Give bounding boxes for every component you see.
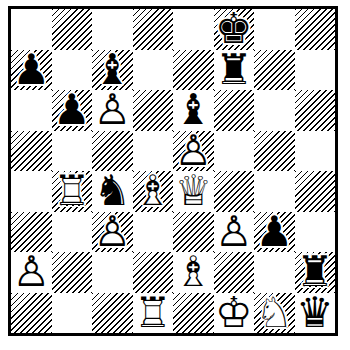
piece-backing: ♟ [11,252,52,293]
square-g6[interactable] [254,90,295,131]
square-d6[interactable] [133,90,174,131]
square-e5[interactable]: ♟♙ [173,131,214,172]
square-b7[interactable] [52,50,93,91]
white-pawn-icon: ♙ [92,212,133,253]
square-b5[interactable] [52,131,93,172]
square-a1[interactable] [11,293,52,334]
square-d5[interactable] [133,131,174,172]
square-d8[interactable] [133,9,174,50]
square-c8[interactable] [92,9,133,50]
square-a3[interactable] [11,212,52,253]
chess-board-frame: ♚♚♟♟♝♝♜♜♟♟♟♙♝♝♟♙♜♖♞♞♝♗♛♕♟♙♟♙♟♟♟♙♝♗♜♜♜♖♚♔… [8,6,338,336]
square-h2[interactable]: ♜♜ [295,252,336,293]
white-knight-icon: ♘ [254,293,295,334]
square-e4[interactable]: ♛♕ [173,171,214,212]
square-d4[interactable]: ♝♗ [133,171,174,212]
white-king-icon: ♔ [214,293,255,334]
piece-backing: ♟ [254,212,295,253]
piece-backing: ♚ [214,9,255,50]
piece-backing: ♜ [295,252,336,293]
square-d2[interactable] [133,252,174,293]
black-pawn-icon: ♟ [254,212,295,253]
square-b3[interactable] [52,212,93,253]
square-d7[interactable] [133,50,174,91]
square-f7[interactable]: ♜♜ [214,50,255,91]
square-e8[interactable] [173,9,214,50]
square-f6[interactable] [214,90,255,131]
piece-backing: ♝ [133,171,174,212]
piece-backing: ♛ [295,293,336,334]
black-bishop-icon: ♝ [92,50,133,91]
white-pawn-icon: ♙ [173,131,214,172]
white-rook-icon: ♖ [133,293,174,334]
piece-backing: ♛ [173,171,214,212]
square-b8[interactable] [52,9,93,50]
square-e7[interactable] [173,50,214,91]
square-f5[interactable] [214,131,255,172]
piece-backing: ♜ [52,171,93,212]
square-e6[interactable]: ♝♝ [173,90,214,131]
square-a8[interactable] [11,9,52,50]
square-b4[interactable]: ♜♖ [52,171,93,212]
piece-backing: ♞ [92,171,133,212]
white-bishop-icon: ♗ [173,252,214,293]
square-g7[interactable] [254,50,295,91]
square-h3[interactable] [295,212,336,253]
square-c5[interactable] [92,131,133,172]
piece-backing: ♝ [173,252,214,293]
square-h1[interactable]: ♛♛ [295,293,336,334]
white-pawn-icon: ♙ [214,212,255,253]
square-g3[interactable]: ♟♟ [254,212,295,253]
piece-backing: ♜ [214,50,255,91]
square-h7[interactable] [295,50,336,91]
square-h5[interactable] [295,131,336,172]
black-king-icon: ♚ [214,9,255,50]
square-g1[interactable]: ♞♘ [254,293,295,334]
white-rook-icon: ♖ [52,171,93,212]
black-queen-icon: ♛ [295,293,336,334]
piece-backing: ♞ [254,293,295,334]
piece-backing: ♜ [133,293,174,334]
square-g5[interactable] [254,131,295,172]
black-bishop-icon: ♝ [173,90,214,131]
white-bishop-icon: ♗ [133,171,174,212]
square-b6[interactable]: ♟♟ [52,90,93,131]
square-c2[interactable] [92,252,133,293]
black-pawn-icon: ♟ [11,50,52,91]
piece-backing: ♝ [92,50,133,91]
square-c1[interactable] [92,293,133,334]
square-g8[interactable] [254,9,295,50]
square-f2[interactable] [214,252,255,293]
square-c7[interactable]: ♝♝ [92,50,133,91]
piece-backing: ♟ [11,50,52,91]
square-h4[interactable] [295,171,336,212]
square-g4[interactable] [254,171,295,212]
black-pawn-icon: ♟ [52,90,93,131]
square-h6[interactable] [295,90,336,131]
piece-backing: ♟ [52,90,93,131]
square-b1[interactable] [52,293,93,334]
square-g2[interactable] [254,252,295,293]
white-pawn-icon: ♙ [92,90,133,131]
piece-backing: ♟ [173,131,214,172]
white-pawn-icon: ♙ [11,252,52,293]
piece-backing: ♟ [214,212,255,253]
square-b2[interactable] [52,252,93,293]
square-d1[interactable]: ♜♖ [133,293,174,334]
square-a5[interactable] [11,131,52,172]
square-c6[interactable]: ♟♙ [92,90,133,131]
square-d3[interactable] [133,212,174,253]
black-knight-icon: ♞ [92,171,133,212]
square-f8[interactable]: ♚♚ [214,9,255,50]
square-e3[interactable] [173,212,214,253]
square-a4[interactable] [11,171,52,212]
piece-backing: ♝ [173,90,214,131]
piece-backing: ♟ [92,90,133,131]
black-rook-icon: ♜ [214,50,255,91]
square-f3[interactable]: ♟♙ [214,212,255,253]
black-rook-icon: ♜ [295,252,336,293]
square-h8[interactable] [295,9,336,50]
piece-backing: ♚ [214,293,255,334]
square-a7[interactable]: ♟♟ [11,50,52,91]
square-e2[interactable]: ♝♗ [173,252,214,293]
square-e1[interactable] [173,293,214,334]
square-c4[interactable]: ♞♞ [92,171,133,212]
square-c3[interactable]: ♟♙ [92,212,133,253]
square-f4[interactable] [214,171,255,212]
square-f1[interactable]: ♚♔ [214,293,255,334]
square-a2[interactable]: ♟♙ [11,252,52,293]
chess-board: ♚♚♟♟♝♝♜♜♟♟♟♙♝♝♟♙♜♖♞♞♝♗♛♕♟♙♟♙♟♟♟♙♝♗♜♜♜♖♚♔… [11,9,335,333]
piece-backing: ♟ [92,212,133,253]
square-a6[interactable] [11,90,52,131]
white-queen-icon: ♕ [173,171,214,212]
